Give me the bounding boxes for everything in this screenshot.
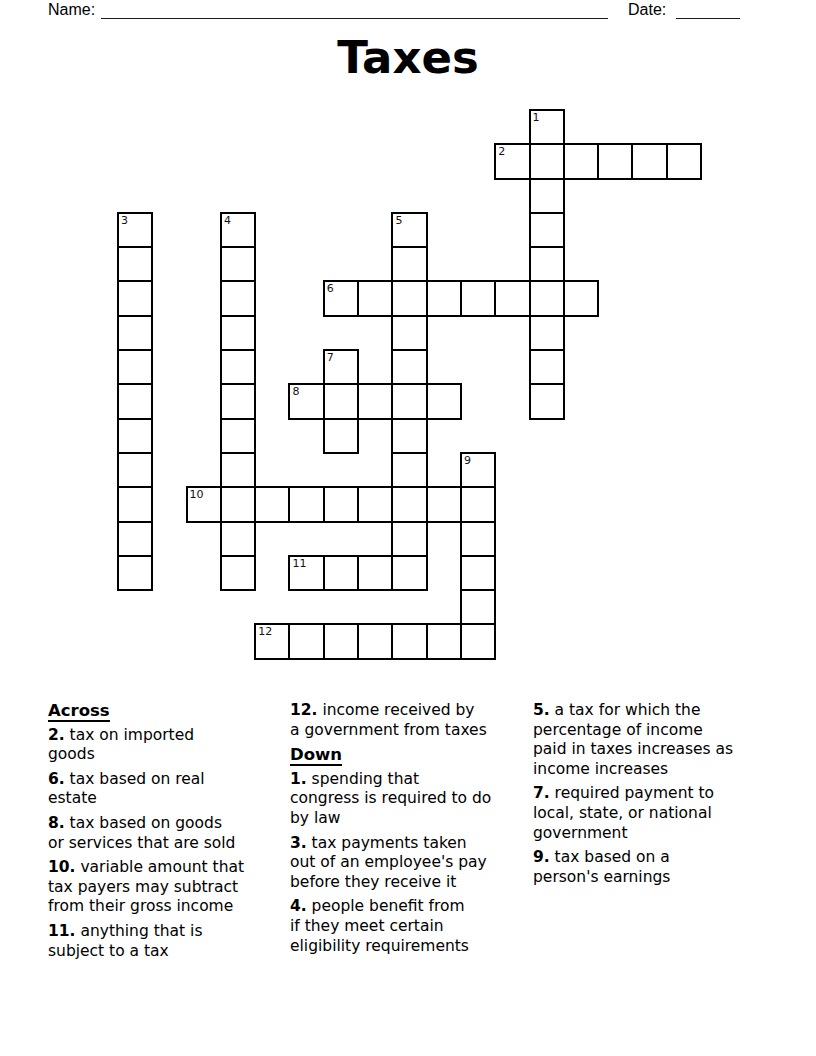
grid-cell-r11c10[interactable] xyxy=(460,486,496,522)
clue-number-label: 3. xyxy=(290,834,307,852)
clue-column-down: 5. a tax for which the percentage of inc… xyxy=(533,701,785,892)
grid-cell-r11c4[interactable] xyxy=(254,486,290,522)
cell-number-12: 12 xyxy=(258,625,272,638)
clue-text: a tax for which the percentage of income… xyxy=(533,701,733,778)
grid-cell-r11c5[interactable] xyxy=(288,486,324,522)
clue-text: tax payments taken out of an employee's … xyxy=(290,834,487,891)
grid-cell-r6c3[interactable] xyxy=(220,315,256,351)
grid-cell-r3c12[interactable] xyxy=(529,212,565,248)
puzzle-title: Taxes xyxy=(0,33,816,83)
grid-cell-r12c10[interactable] xyxy=(460,521,496,557)
grid-cell-r4c8[interactable] xyxy=(391,246,427,282)
grid-cell-r9c6[interactable] xyxy=(323,418,359,454)
grid-cell-r5c10[interactable] xyxy=(460,280,496,316)
grid-cell-r3c3[interactable]: 4 xyxy=(220,212,256,248)
grid-cell-r5c7[interactable] xyxy=(357,280,393,316)
grid-cell-r10c8[interactable] xyxy=(391,452,427,488)
grid-cell-r12c0[interactable] xyxy=(117,521,153,557)
header: Name: Date: xyxy=(0,0,816,24)
cell-number-8: 8 xyxy=(292,385,299,398)
grid-cell-r4c12[interactable] xyxy=(529,246,565,282)
grid-cell-r9c8[interactable] xyxy=(391,418,427,454)
clue-10: 10. variable amount that tax payers may … xyxy=(48,858,290,917)
grid-cell-r9c0[interactable] xyxy=(117,418,153,454)
grid-cell-r5c3[interactable] xyxy=(220,280,256,316)
grid-cell-r6c8[interactable] xyxy=(391,315,427,351)
grid-cell-r1c16[interactable] xyxy=(666,143,702,179)
clue-text: income received by a government from tax… xyxy=(290,701,487,739)
grid-cell-r8c7[interactable] xyxy=(357,383,393,419)
clue-number-label: 6. xyxy=(48,770,65,788)
grid-cell-r12c3[interactable] xyxy=(220,521,256,557)
clue-text: people benefit from if they meet certain… xyxy=(290,897,469,954)
grid-cell-r15c10[interactable] xyxy=(460,623,496,659)
grid-cell-r1c12[interactable] xyxy=(529,143,565,179)
grid-cell-r6c12[interactable] xyxy=(529,315,565,351)
clue-text: variable amount that tax payers may subt… xyxy=(48,858,244,915)
grid-cell-r3c8[interactable]: 5 xyxy=(391,212,427,248)
grid-cell-r13c6[interactable] xyxy=(323,555,359,591)
grid-cell-r7c12[interactable] xyxy=(529,349,565,385)
cell-number-7: 7 xyxy=(327,351,334,364)
down-heading: Down xyxy=(290,745,531,765)
clue-text: tax based on real estate xyxy=(48,770,205,808)
clue-column-middle: 12. income received by a government from… xyxy=(290,701,531,961)
grid-cell-r5c11[interactable] xyxy=(494,280,530,316)
grid-cell-r3c0[interactable]: 3 xyxy=(117,212,153,248)
grid-cell-r13c3[interactable] xyxy=(220,555,256,591)
grid-cell-r11c8[interactable] xyxy=(391,486,427,522)
clue-text: required payment to local, state, or nat… xyxy=(533,784,714,841)
clue-number-label: 12. xyxy=(290,701,317,719)
clue-2: 2. tax on imported goods xyxy=(48,726,290,765)
grid-cell-r1c14[interactable] xyxy=(597,143,633,179)
grid-cell-r13c10[interactable] xyxy=(460,555,496,591)
grid-cell-r10c10[interactable]: 9 xyxy=(460,452,496,488)
grid-cell-r11c2[interactable]: 10 xyxy=(186,486,222,522)
grid-cell-r6c0[interactable] xyxy=(117,315,153,351)
clue-9: 9. tax based on a person's earnings xyxy=(533,848,785,887)
grid-cell-r5c8[interactable] xyxy=(391,280,427,316)
grid-cell-r7c3[interactable] xyxy=(220,349,256,385)
grid-cell-r12c8[interactable] xyxy=(391,521,427,557)
date-blank-line[interactable] xyxy=(676,1,740,19)
across-heading: Across xyxy=(48,701,290,721)
cell-number-10: 10 xyxy=(190,488,204,501)
grid-cell-r11c3[interactable] xyxy=(220,486,256,522)
cell-number-4: 4 xyxy=(224,214,231,227)
grid-cell-r13c0[interactable] xyxy=(117,555,153,591)
cell-number-3: 3 xyxy=(121,214,128,227)
name-blank-line[interactable] xyxy=(101,1,608,19)
grid-cell-r11c9[interactable] xyxy=(426,486,462,522)
clue-text: spending that congress is required to do… xyxy=(290,770,491,827)
grid-cell-r11c7[interactable] xyxy=(357,486,393,522)
cell-number-2: 2 xyxy=(498,145,505,158)
grid-cell-r8c9[interactable] xyxy=(426,383,462,419)
cell-number-1: 1 xyxy=(533,111,540,124)
grid-cell-r7c0[interactable] xyxy=(117,349,153,385)
grid-cell-r5c12[interactable] xyxy=(529,280,565,316)
name-label: Name: xyxy=(48,1,95,19)
grid-cell-r8c0[interactable] xyxy=(117,383,153,419)
clue-1: 1. spending that congress is required to… xyxy=(290,770,531,829)
worksheet-page: Name: Date: Taxes 123456789101112 Across… xyxy=(0,0,816,1056)
grid-cell-r4c0[interactable] xyxy=(117,246,153,282)
clue-7: 7. required payment to local, state, or … xyxy=(533,784,785,843)
grid-cell-r2c12[interactable] xyxy=(529,178,565,214)
clue-text: tax on imported goods xyxy=(48,726,194,764)
clue-3: 3. tax payments taken out of an employee… xyxy=(290,834,531,893)
grid-cell-r5c6[interactable]: 6 xyxy=(323,280,359,316)
clue-number-label: 10. xyxy=(48,858,75,876)
grid-cell-r0c12[interactable]: 1 xyxy=(529,109,565,145)
grid-cell-r10c3[interactable] xyxy=(220,452,256,488)
clue-4: 4. people benefit from if they meet cert… xyxy=(290,897,531,956)
grid-cell-r13c5[interactable]: 11 xyxy=(288,555,324,591)
grid-cell-r8c5[interactable]: 8 xyxy=(288,383,324,419)
date-label: Date: xyxy=(628,1,666,19)
clue-6: 6. tax based on real estate xyxy=(48,770,290,809)
grid-cell-r1c11[interactable]: 2 xyxy=(494,143,530,179)
grid-cell-r11c6[interactable] xyxy=(323,486,359,522)
grid-cell-r5c9[interactable] xyxy=(426,280,462,316)
grid-cell-r15c4[interactable]: 12 xyxy=(254,623,290,659)
clue-number-label: 4. xyxy=(290,897,307,915)
clue-11: 11. anything that is subject to a tax xyxy=(48,922,290,961)
grid-cell-r15c5[interactable] xyxy=(288,623,324,659)
clue-number-label: 9. xyxy=(533,848,550,866)
grid-cell-r5c0[interactable] xyxy=(117,280,153,316)
clue-number-label: 11. xyxy=(48,922,75,940)
clue-number-label: 8. xyxy=(48,814,65,832)
cell-number-5: 5 xyxy=(395,214,402,227)
grid-cell-r4c3[interactable] xyxy=(220,246,256,282)
grid-cell-r13c8[interactable] xyxy=(391,555,427,591)
clue-column-across: Across2. tax on imported goods6. tax bas… xyxy=(48,701,290,966)
crossword-grid: 123456789101112 xyxy=(118,110,701,659)
grid-cell-r1c15[interactable] xyxy=(631,143,667,179)
grid-cell-r8c8[interactable] xyxy=(391,383,427,419)
grid-cell-r15c7[interactable] xyxy=(357,623,393,659)
cell-number-11: 11 xyxy=(292,557,306,570)
clue-5: 5. a tax for which the percentage of inc… xyxy=(533,701,785,779)
down-heading-label: Down xyxy=(290,745,342,766)
clue-number-label: 2. xyxy=(48,726,65,744)
clue-text: tax based on goods or services that are … xyxy=(48,814,235,852)
clue-12: 12. income received by a government from… xyxy=(290,701,531,740)
grid-cell-r7c6[interactable]: 7 xyxy=(323,349,359,385)
grid-cell-r8c12[interactable] xyxy=(529,383,565,419)
clue-number-label: 7. xyxy=(533,784,550,802)
grid-cell-r7c8[interactable] xyxy=(391,349,427,385)
grid-cell-r13c7[interactable] xyxy=(357,555,393,591)
grid-cell-r11c0[interactable] xyxy=(117,486,153,522)
grid-cell-r5c13[interactable] xyxy=(563,280,599,316)
grid-cell-r14c10[interactable] xyxy=(460,589,496,625)
grid-cell-r10c0[interactable] xyxy=(117,452,153,488)
clue-text: tax based on a person's earnings xyxy=(533,848,670,886)
grid-cell-r1c13[interactable] xyxy=(563,143,599,179)
grid-cell-r15c6[interactable] xyxy=(323,623,359,659)
grid-cell-r8c6[interactable] xyxy=(323,383,359,419)
clue-number-label: 5. xyxy=(533,701,550,719)
cell-number-9: 9 xyxy=(464,454,471,467)
grid-cell-r8c3[interactable] xyxy=(220,383,256,419)
cell-number-6: 6 xyxy=(327,282,334,295)
grid-cell-r15c9[interactable] xyxy=(426,623,462,659)
clue-number-label: 1. xyxy=(290,770,307,788)
across-heading-label: Across xyxy=(48,701,110,722)
grid-cell-r15c8[interactable] xyxy=(391,623,427,659)
grid-cell-r9c3[interactable] xyxy=(220,418,256,454)
clue-8: 8. tax based on goods or services that a… xyxy=(48,814,290,853)
